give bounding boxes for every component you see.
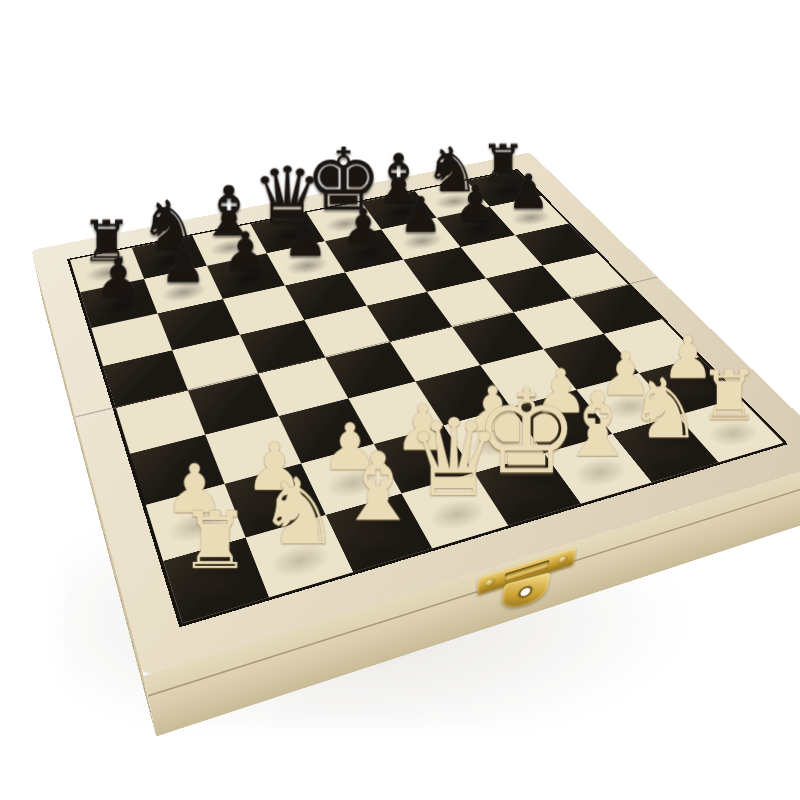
piece-shadow bbox=[530, 406, 599, 444]
square-h3 bbox=[604, 319, 699, 373]
piece-black-rook-h8: ♜ bbox=[450, 140, 557, 189]
piece-shadow bbox=[462, 424, 531, 463]
piece-shadow bbox=[157, 279, 213, 307]
piece-shadow bbox=[241, 483, 312, 527]
piece-shadow bbox=[494, 472, 567, 515]
piece-shadow bbox=[391, 443, 461, 484]
piece-shadow bbox=[565, 452, 637, 493]
piece-shadow bbox=[180, 560, 256, 611]
piece-shadow bbox=[344, 514, 419, 561]
piece-shadow bbox=[263, 536, 338, 585]
clasp-screw-right-icon bbox=[558, 555, 567, 565]
piece-shadow bbox=[318, 462, 389, 504]
clasp-screw-left-icon bbox=[485, 578, 494, 588]
piece-shadow bbox=[219, 266, 275, 293]
product-photo-scene: ♜♞♝♛♚♝♞♜♟♟♟♟♟♟♟♟♟♟♟♟♟♟♟♟♜♞♝♛♚♝♞♜ bbox=[0, 0, 800, 800]
piece-shadow bbox=[92, 292, 148, 321]
piece-shadow bbox=[428, 191, 480, 213]
piece-shadow bbox=[504, 206, 558, 229]
piece-shadow bbox=[698, 415, 769, 453]
piece-shadow bbox=[420, 493, 494, 538]
piece-shadow bbox=[659, 372, 726, 407]
piece-shadow bbox=[633, 433, 705, 473]
piece-shadow bbox=[595, 389, 663, 425]
clasp-hole bbox=[517, 585, 533, 600]
